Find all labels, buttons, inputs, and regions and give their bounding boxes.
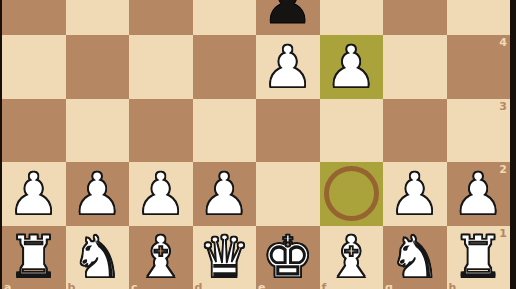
rank-label-3: 3 (499, 101, 507, 112)
square-h1[interactable]: ♜1h (447, 226, 511, 289)
square-d3[interactable] (193, 99, 257, 163)
white-pawn-c2[interactable]: ♟ (129, 162, 193, 226)
white-bishop-f1[interactable]: ♝ (320, 226, 384, 289)
white-rook-a1[interactable]: ♜ (2, 226, 66, 289)
square-c2[interactable]: ♟ (129, 162, 193, 226)
file-label-a: a (4, 282, 11, 289)
square-f2[interactable] (320, 162, 384, 226)
rank-label-2: 2 (499, 164, 507, 175)
rank-label-4: 4 (499, 37, 507, 48)
square-c3[interactable] (129, 99, 193, 163)
square-b1[interactable]: ♞b (66, 226, 130, 289)
white-pawn-d2[interactable]: ♟ (193, 162, 257, 226)
square-e4[interactable]: ♟ (256, 35, 320, 99)
square-d1[interactable]: ♛d (193, 226, 257, 289)
square-e2[interactable] (256, 162, 320, 226)
white-bishop-c1[interactable]: ♝ (129, 226, 193, 289)
square-b3[interactable] (66, 99, 130, 163)
white-king-e1[interactable]: ♚ (256, 226, 320, 289)
square-d5[interactable] (193, 0, 257, 35)
square-e5[interactable]: ♟ (256, 0, 320, 35)
square-a3[interactable] (2, 99, 66, 163)
white-pawn-b2[interactable]: ♟ (66, 162, 130, 226)
white-pawn-f4[interactable]: ♟ (320, 35, 384, 99)
white-pawn-e4[interactable]: ♟ (256, 35, 320, 99)
square-g3[interactable] (383, 99, 447, 163)
square-g4[interactable] (383, 35, 447, 99)
square-g1[interactable]: ♞g (383, 226, 447, 289)
square-g5[interactable] (383, 0, 447, 35)
file-label-d: d (195, 282, 203, 289)
right-edge-bar (510, 0, 516, 289)
square-a4[interactable] (2, 35, 66, 99)
square-h2[interactable]: ♟2 (447, 162, 511, 226)
square-f5[interactable] (320, 0, 384, 35)
square-f1[interactable]: ♝f (320, 226, 384, 289)
square-b4[interactable] (66, 35, 130, 99)
black-pawn-e5[interactable]: ♟ (256, 0, 320, 35)
left-edge-bar (0, 0, 2, 289)
square-f4[interactable]: ♟ (320, 35, 384, 99)
file-label-e: e (258, 282, 265, 289)
square-d4[interactable] (193, 35, 257, 99)
circle-annotation-f2 (324, 166, 379, 221)
file-label-f: f (322, 282, 327, 289)
file-label-c: c (131, 282, 138, 289)
square-f3[interactable] (320, 99, 384, 163)
file-label-g: g (385, 282, 393, 289)
square-d2[interactable]: ♟ (193, 162, 257, 226)
square-b5[interactable] (66, 0, 130, 35)
square-c1[interactable]: ♝c (129, 226, 193, 289)
square-b2[interactable]: ♟ (66, 162, 130, 226)
square-a1[interactable]: ♜a (2, 226, 66, 289)
chess-board: ♟♟♟43♟♟♟♟♟♟2♜a♞b♝c♛d♚e♝f♞g♜1h (2, 0, 510, 289)
square-e1[interactable]: ♚e (256, 226, 320, 289)
square-h5[interactable] (447, 0, 511, 35)
square-a5[interactable] (2, 0, 66, 35)
chess-board-screenshot: ♟♟♟43♟♟♟♟♟♟2♜a♞b♝c♛d♚e♝f♞g♜1h (0, 0, 516, 289)
file-label-h: h (449, 282, 457, 289)
square-a2[interactable]: ♟ (2, 162, 66, 226)
square-e3[interactable] (256, 99, 320, 163)
square-c4[interactable] (129, 35, 193, 99)
white-knight-g1[interactable]: ♞ (383, 226, 447, 289)
white-queen-d1[interactable]: ♛ (193, 226, 257, 289)
square-g2[interactable]: ♟ (383, 162, 447, 226)
white-pawn-g2[interactable]: ♟ (383, 162, 447, 226)
file-label-b: b (68, 282, 76, 289)
white-pawn-a2[interactable]: ♟ (2, 162, 66, 226)
rank-label-1: 1 (499, 228, 507, 239)
square-h3[interactable]: 3 (447, 99, 511, 163)
square-c5[interactable] (129, 0, 193, 35)
square-h4[interactable]: 4 (447, 35, 511, 99)
white-knight-b1[interactable]: ♞ (66, 226, 130, 289)
